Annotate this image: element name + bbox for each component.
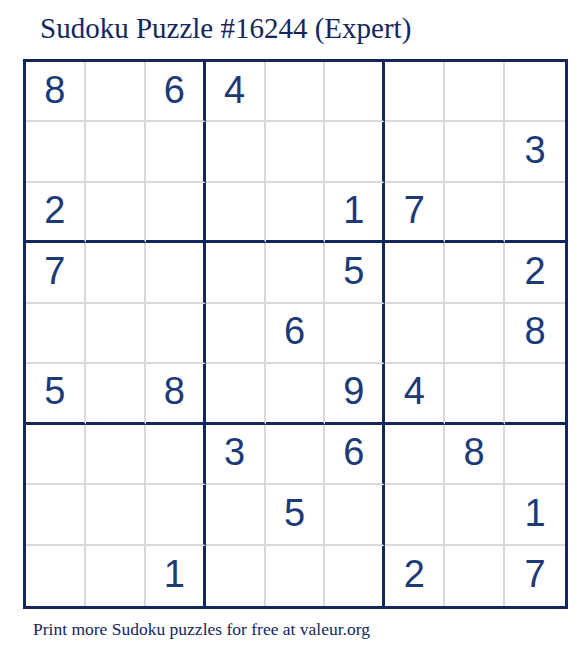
- cell-r5c5: 6: [266, 304, 326, 364]
- cell-r9c1[interactable]: [26, 546, 86, 606]
- cell-r7c1[interactable]: [26, 425, 86, 485]
- cell-r7c5[interactable]: [266, 425, 326, 485]
- cell-r8c6[interactable]: [325, 485, 385, 545]
- cell-r6c2[interactable]: [86, 364, 146, 424]
- cell-r4c4[interactable]: [206, 243, 266, 303]
- cell-r4c1: 7: [26, 243, 86, 303]
- cell-r8c4[interactable]: [206, 485, 266, 545]
- cell-r4c5[interactable]: [266, 243, 326, 303]
- cell-r4c9: 2: [505, 243, 565, 303]
- cell-r7c8: 8: [445, 425, 505, 485]
- cell-r6c3: 8: [146, 364, 206, 424]
- cell-r6c4[interactable]: [206, 364, 266, 424]
- cell-r2c3[interactable]: [146, 122, 206, 182]
- cell-r4c2[interactable]: [86, 243, 146, 303]
- cell-r8c2[interactable]: [86, 485, 146, 545]
- cell-r7c3[interactable]: [146, 425, 206, 485]
- cell-r7c9[interactable]: [505, 425, 565, 485]
- cell-r8c7[interactable]: [385, 485, 445, 545]
- cell-r5c8[interactable]: [445, 304, 505, 364]
- cell-r2c9: 3: [505, 122, 565, 182]
- cell-r9c5[interactable]: [266, 546, 326, 606]
- cell-r3c7: 7: [385, 183, 445, 243]
- cell-r4c8[interactable]: [445, 243, 505, 303]
- cell-r1c8[interactable]: [445, 62, 505, 122]
- cell-r1c4: 4: [206, 62, 266, 122]
- cell-r8c9: 1: [505, 485, 565, 545]
- cell-r9c2[interactable]: [86, 546, 146, 606]
- cell-r1c7[interactable]: [385, 62, 445, 122]
- cell-r3c4[interactable]: [206, 183, 266, 243]
- cell-r3c9[interactable]: [505, 183, 565, 243]
- cell-r4c6: 5: [325, 243, 385, 303]
- cell-r6c5[interactable]: [266, 364, 326, 424]
- sudoku-board: 864321775268589436851127: [23, 59, 568, 609]
- cell-r1c6[interactable]: [325, 62, 385, 122]
- cell-r3c3[interactable]: [146, 183, 206, 243]
- cell-r6c6: 9: [325, 364, 385, 424]
- cell-r1c2[interactable]: [86, 62, 146, 122]
- cell-r7c7[interactable]: [385, 425, 445, 485]
- cell-r4c3[interactable]: [146, 243, 206, 303]
- cell-r2c8[interactable]: [445, 122, 505, 182]
- cell-r1c9[interactable]: [505, 62, 565, 122]
- cell-r9c4[interactable]: [206, 546, 266, 606]
- cell-r5c1[interactable]: [26, 304, 86, 364]
- cell-r5c9: 8: [505, 304, 565, 364]
- cell-r2c6[interactable]: [325, 122, 385, 182]
- cell-r6c1: 5: [26, 364, 86, 424]
- cell-r5c4[interactable]: [206, 304, 266, 364]
- cell-r3c8[interactable]: [445, 183, 505, 243]
- cell-r9c7: 2: [385, 546, 445, 606]
- cell-r8c3[interactable]: [146, 485, 206, 545]
- cell-r3c6: 1: [325, 183, 385, 243]
- cell-r5c3[interactable]: [146, 304, 206, 364]
- cell-r2c4[interactable]: [206, 122, 266, 182]
- cell-r8c8[interactable]: [445, 485, 505, 545]
- cell-r4c7[interactable]: [385, 243, 445, 303]
- cell-r7c6: 6: [325, 425, 385, 485]
- cell-r5c7[interactable]: [385, 304, 445, 364]
- cell-r8c5: 5: [266, 485, 326, 545]
- cell-r2c1[interactable]: [26, 122, 86, 182]
- cell-r3c5[interactable]: [266, 183, 326, 243]
- cell-r2c7[interactable]: [385, 122, 445, 182]
- cell-r3c2[interactable]: [86, 183, 146, 243]
- cell-r1c1: 8: [26, 62, 86, 122]
- cell-r2c2[interactable]: [86, 122, 146, 182]
- cell-r9c3: 1: [146, 546, 206, 606]
- sudoku-page: Sudoku Puzzle #16244 (Expert) 8643217752…: [0, 0, 580, 651]
- cell-r1c5[interactable]: [266, 62, 326, 122]
- footer-text: Print more Sudoku puzzles for free at va…: [33, 619, 370, 640]
- cell-r7c2[interactable]: [86, 425, 146, 485]
- cell-r9c6[interactable]: [325, 546, 385, 606]
- page-title: Sudoku Puzzle #16244 (Expert): [40, 12, 411, 45]
- cell-r6c8[interactable]: [445, 364, 505, 424]
- cell-r3c1: 2: [26, 183, 86, 243]
- cell-r5c6[interactable]: [325, 304, 385, 364]
- cell-r9c9: 7: [505, 546, 565, 606]
- cell-r6c9[interactable]: [505, 364, 565, 424]
- cell-r6c7: 4: [385, 364, 445, 424]
- cell-r2c5[interactable]: [266, 122, 326, 182]
- cell-r8c1[interactable]: [26, 485, 86, 545]
- cell-r5c2[interactable]: [86, 304, 146, 364]
- cell-r9c8[interactable]: [445, 546, 505, 606]
- cell-r7c4: 3: [206, 425, 266, 485]
- cell-r1c3: 6: [146, 62, 206, 122]
